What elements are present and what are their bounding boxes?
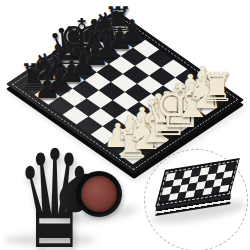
chess-set-product-photo: ♜♞♝♛♚♝♞♜♟♟♟♟♟♟♟♟♟♟♟♟♟♟♟♟♜♞♝♛♚♝♞♜ ♛ bbox=[0, 0, 250, 250]
folded-board-cell bbox=[219, 184, 229, 192]
felt-pad bbox=[81, 176, 117, 212]
magnetic-base bbox=[76, 171, 122, 217]
